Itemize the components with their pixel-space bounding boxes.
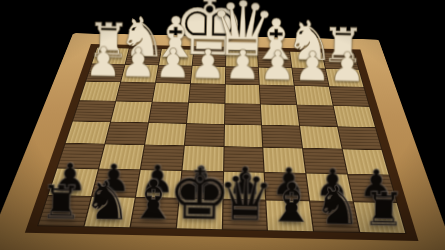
white-pawn-c2[interactable]: ♟	[259, 46, 296, 85]
square-b4[interactable]	[297, 105, 337, 126]
black-knight-b8[interactable]: ♞	[313, 180, 362, 232]
square-f5[interactable]	[145, 123, 186, 146]
black-rook-a8[interactable]: ♜	[362, 188, 404, 233]
square-f2[interactable]: ♟	[156, 65, 192, 83]
board-inner-border: ♜♞♝♚♛♝♞♜♟♟♟♟♟♟♟♟♟♟♟♟♟♟♟♟♜♞♝♚♛♝♞♜	[25, 44, 419, 241]
white-pawn-d2[interactable]: ♟	[224, 45, 261, 84]
square-g5[interactable]	[105, 122, 147, 145]
square-h3[interactable]	[80, 81, 120, 100]
white-pawn-e2[interactable]: ♟	[189, 44, 226, 83]
square-d4[interactable]	[225, 104, 262, 125]
square-c1[interactable]: ♝	[258, 51, 291, 68]
square-g4[interactable]	[111, 101, 151, 122]
square-g3[interactable]	[116, 82, 155, 101]
square-a1[interactable]: ♜	[323, 52, 359, 69]
square-b5[interactable]	[300, 126, 342, 149]
square-e3[interactable]	[189, 84, 225, 103]
square-b2[interactable]: ♟	[293, 68, 329, 86]
square-c2[interactable]: ♟	[259, 67, 294, 85]
square-e2[interactable]: ♟	[191, 66, 225, 84]
white-rook-a1[interactable]: ♜	[321, 23, 365, 69]
square-e5[interactable]	[184, 124, 223, 147]
white-bishop-c1[interactable]: ♝	[250, 13, 302, 68]
board-tilt-wrapper: ♜♞♝♚♛♝♞♜♟♟♟♟♟♟♟♟♟♟♟♟♟♟♟♟♜♞♝♚♛♝♞♜	[0, 0, 445, 250]
black-knight-g8[interactable]: ♞	[83, 175, 132, 227]
white-pawn-b2[interactable]: ♟	[294, 47, 331, 86]
chess-board-frame: ♜♞♝♚♛♝♞♜♟♟♟♟♟♟♟♟♟♟♟♟♟♟♟♟♜♞♝♚♛♝♞♜	[0, 33, 445, 250]
square-e1[interactable]: ♚	[192, 50, 225, 67]
square-h1[interactable]: ♜	[92, 48, 129, 64]
square-d8[interactable]: ♛	[222, 200, 267, 231]
square-h2[interactable]: ♟	[86, 64, 124, 82]
square-f4[interactable]	[149, 102, 188, 123]
white-king-e1[interactable]: ♚	[172, 0, 246, 66]
white-pawn-f2[interactable]: ♟	[155, 44, 192, 83]
white-knight-b1[interactable]: ♞	[284, 15, 334, 68]
white-knight-g1[interactable]: ♞	[117, 12, 167, 65]
board-grid: ♜♞♝♚♛♝♞♜♟♟♟♟♟♟♟♟♟♟♟♟♟♟♟♟♜♞♝♚♛♝♞♜	[37, 47, 407, 234]
square-d2[interactable]: ♟	[225, 67, 259, 85]
square-f1[interactable]: ♝	[159, 49, 193, 65]
square-c3[interactable]	[260, 85, 296, 104]
white-queen-d1[interactable]: ♛	[208, 0, 277, 67]
square-b8[interactable]: ♞	[310, 201, 359, 232]
square-g1[interactable]: ♞	[125, 48, 160, 64]
chess-photo-scene: ♜♞♝♚♛♝♞♜♟♟♟♟♟♟♟♟♟♟♟♟♟♟♟♟♜♞♝♚♛♝♞♜	[0, 0, 445, 250]
square-g8[interactable]: ♞	[84, 197, 134, 227]
square-e8[interactable]: ♚	[176, 199, 221, 230]
square-a4[interactable]	[334, 106, 375, 127]
square-h5[interactable]	[66, 121, 110, 144]
square-c4[interactable]	[261, 104, 299, 125]
square-a8[interactable]: ♜	[354, 202, 405, 233]
white-bishop-f1[interactable]: ♝	[150, 11, 202, 66]
white-pawn-h2[interactable]: ♟	[85, 42, 122, 81]
square-c5[interactable]	[262, 125, 302, 148]
square-g2[interactable]: ♟	[121, 65, 158, 83]
black-rook-h8[interactable]: ♜	[40, 181, 82, 226]
black-queen-d8[interactable]: ♛	[217, 168, 275, 229]
white-pawn-g2[interactable]: ♟	[120, 43, 157, 82]
square-b3[interactable]	[295, 86, 333, 105]
white-rook-h1[interactable]: ♜	[87, 18, 131, 64]
square-f3[interactable]	[152, 83, 189, 102]
square-b1[interactable]: ♞	[290, 52, 325, 69]
square-a5[interactable]	[338, 127, 381, 150]
square-h4[interactable]	[73, 100, 115, 121]
square-a3[interactable]	[330, 87, 369, 106]
square-e4[interactable]	[187, 103, 224, 124]
square-d3[interactable]	[225, 84, 260, 103]
square-d5[interactable]	[224, 124, 263, 147]
square-d1[interactable]: ♛	[226, 50, 259, 67]
square-a2[interactable]: ♟	[326, 69, 363, 87]
white-pawn-a2[interactable]: ♟	[328, 47, 365, 86]
